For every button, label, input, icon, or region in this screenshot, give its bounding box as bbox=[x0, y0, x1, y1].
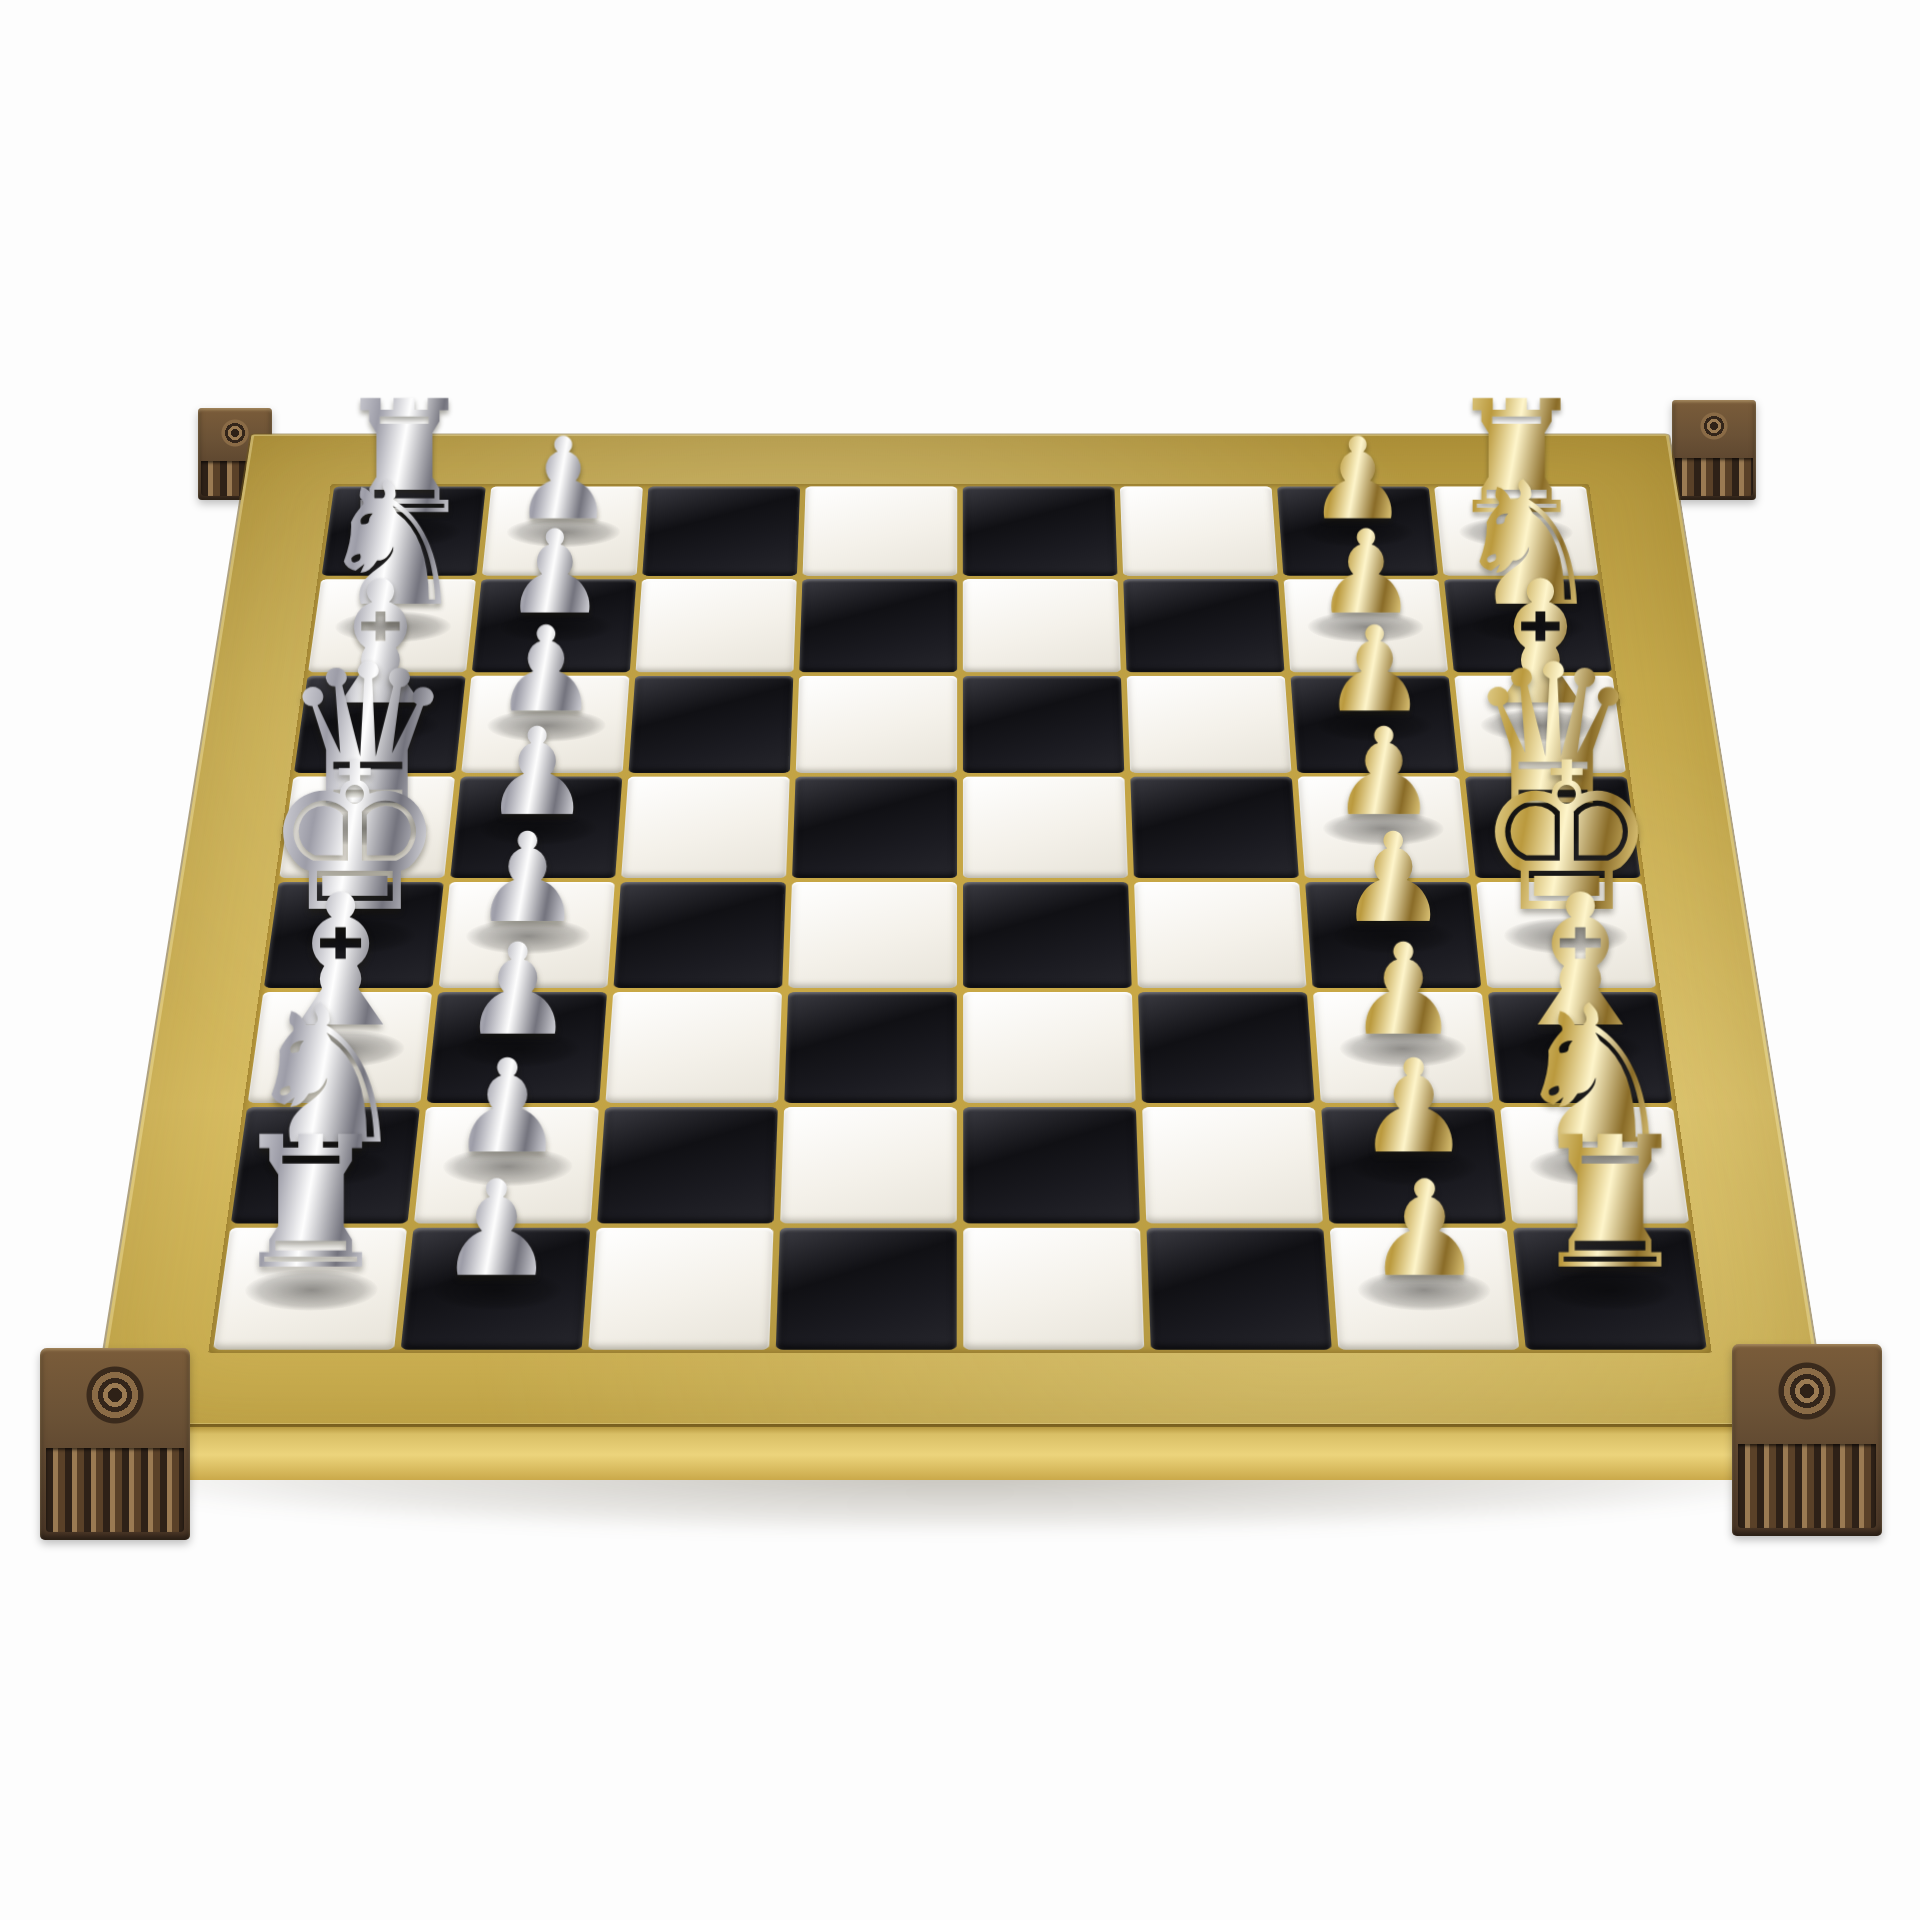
gold-rook[interactable]: ♜ bbox=[1528, 1113, 1691, 1295]
board-square[interactable] bbox=[1146, 1228, 1331, 1350]
product-photo-stage: ♜♟♟♜♞♟♟♞♝♟♟♝♛♟♟♛♚♟♟♚♝♟♟♝♞♟♟♞♜♟♟♜ bbox=[0, 0, 1920, 1920]
board-square[interactable] bbox=[597, 1107, 778, 1223]
chess-board: ♜♟♟♜♞♟♟♞♝♟♟♝♛♟♟♛♚♟♟♚♝♟♟♝♞♟♟♞♜♟♟♜ bbox=[92, 434, 1827, 1425]
board-square[interactable] bbox=[780, 1107, 957, 1223]
board-square[interactable] bbox=[963, 992, 1136, 1103]
frame-front-edge bbox=[88, 1424, 1832, 1480]
board-square[interactable] bbox=[963, 1228, 1144, 1350]
silver-pawn[interactable]: ♟ bbox=[437, 1163, 556, 1295]
board-square[interactable] bbox=[784, 992, 957, 1103]
board-square[interactable] bbox=[963, 882, 1132, 988]
scene: ♜♟♟♜♞♟♟♞♝♟♟♝♛♟♟♛♚♟♟♚♝♟♟♝♞♟♟♞♜♟♟♜ bbox=[0, 0, 1920, 1920]
board-square[interactable] bbox=[776, 1228, 957, 1350]
board-square[interactable] bbox=[1142, 1107, 1323, 1223]
board-square[interactable]: ♜ bbox=[213, 1228, 407, 1350]
corner-foot-bottom-left bbox=[40, 1348, 190, 1540]
board-square[interactable] bbox=[588, 1228, 773, 1350]
board-square[interactable] bbox=[613, 882, 785, 988]
corner-foot-bottom-right bbox=[1732, 1344, 1882, 1536]
board-square[interactable] bbox=[1134, 882, 1306, 988]
gold-pawn[interactable]: ♟ bbox=[1365, 1163, 1484, 1295]
board-square[interactable] bbox=[1138, 992, 1315, 1103]
board-square[interactable] bbox=[788, 882, 957, 988]
board-square[interactable] bbox=[963, 1107, 1140, 1223]
board-square[interactable] bbox=[605, 992, 782, 1103]
board-square[interactable]: ♟ bbox=[1330, 1228, 1520, 1350]
silver-rook[interactable]: ♜ bbox=[229, 1113, 392, 1295]
board-square[interactable]: ♟ bbox=[401, 1228, 591, 1350]
board-square[interactable]: ♜ bbox=[1513, 1228, 1707, 1350]
